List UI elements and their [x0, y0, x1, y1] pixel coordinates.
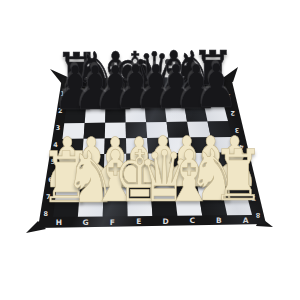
- piece-white-rook: ♜: [212, 153, 264, 211]
- pieces-layer: ♜♞♝♚♛♝♞♜♟♟♟♟♟♟♟♟♟♟♟♟♟♟♟♟♜♞♝♚♛♝♞♜: [0, 0, 300, 300]
- product-photo: HGFEDCBA1234567812345678 ♜♞♝♚♛♝♞♜♟♟♟♟♟♟♟…: [0, 0, 300, 300]
- piece-black-pawn: ♟: [194, 68, 238, 117]
